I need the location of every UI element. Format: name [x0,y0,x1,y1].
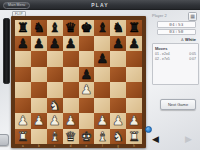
white-pawn-piece: ♟ [128,114,140,127]
square-h3[interactable] [126,98,142,114]
square-b8[interactable]: ♞ [31,20,47,36]
square-g5[interactable] [110,67,126,83]
white-knight-piece: ♞ [112,129,124,142]
black-knight-piece: ♞ [33,21,45,34]
black-rook-piece: ♜ [128,21,140,34]
file-label-a: a [15,144,31,148]
white-knight-piece: ♞ [49,98,61,111]
square-d2[interactable]: ♟ [63,113,79,129]
square-d6[interactable] [63,51,79,67]
info-badge-icon[interactable] [145,126,152,133]
move-time: 0:07 [189,57,196,62]
square-c5[interactable] [47,67,63,83]
black-pawn-piece: ♟ [96,52,108,65]
square-c4[interactable] [47,82,63,98]
next-game-button[interactable]: Next Game [160,99,196,110]
white-pawn-piece: ♟ [96,114,108,127]
square-c7[interactable]: ♟ [47,36,63,52]
black-bishop-piece: ♝ [49,21,61,34]
black-pawn-piece: ♟ [49,36,61,49]
white-pawn-piece: ♟ [33,114,45,127]
square-a5[interactable] [15,67,31,83]
square-g3[interactable] [110,98,126,114]
square-e2[interactable] [79,113,95,129]
square-b3[interactable] [31,98,47,114]
square-a6[interactable] [15,51,31,67]
drawer-handle[interactable] [0,134,9,146]
file-label-c: c [47,144,63,148]
captured-pieces-tray [3,18,10,84]
square-h6[interactable] [126,51,142,67]
grid-icon: ▦ [190,14,195,19]
square-b4[interactable] [31,82,47,98]
move-text: 02 - e7e5 [155,57,170,62]
square-a4[interactable] [15,82,31,98]
square-f3[interactable] [94,98,110,114]
file-labels: abcdefgh [15,144,142,148]
square-g2[interactable]: ♟ [110,113,126,129]
turn-indicator: ♙ White [150,37,196,42]
white-rook-piece: ♜ [128,129,140,142]
square-a2[interactable]: ♟ [15,113,31,129]
square-c8[interactable]: ♝ [47,20,63,36]
square-d7[interactable]: ♟ [63,36,79,52]
clock-player2: 04:53 [157,21,196,28]
white-pawn-piece: ♟ [112,114,124,127]
file-label-g: g [110,144,126,148]
square-d3[interactable] [63,98,79,114]
square-a1[interactable]: ♜ [15,129,31,145]
square-b6[interactable] [31,51,47,67]
square-h5[interactable] [126,67,142,83]
turn-indicator-label: White [185,37,196,42]
square-g6[interactable] [110,51,126,67]
clock-player1: 03:50 [157,29,196,36]
black-pawn-piece: ♟ [33,36,45,49]
white-pawn-piece: ♟ [49,114,61,127]
square-f8[interactable]: ♝ [94,20,110,36]
square-e4[interactable]: ♟ [79,82,95,98]
square-e5[interactable]: ♟ [79,67,95,83]
file-label-e: e [79,144,95,148]
square-d8[interactable]: ♛ [63,20,79,36]
black-pawn-piece: ♟ [17,36,29,49]
square-h7[interactable]: ♟ [126,36,142,52]
square-a8[interactable]: ♜ [15,20,31,36]
square-f2[interactable]: ♟ [94,113,110,129]
square-e1[interactable]: ♚ [79,129,95,145]
grid-icon-button[interactable]: ▦ [188,12,197,21]
black-rook-piece: ♜ [17,21,29,34]
file-label-d: d [63,144,79,148]
square-e3[interactable] [79,98,95,114]
black-knight-piece: ♞ [112,21,124,34]
square-a3[interactable] [15,98,31,114]
square-f6[interactable]: ♟ [94,51,110,67]
move-row: 02 - e7e50:07 [155,57,196,62]
square-g8[interactable]: ♞ [110,20,126,36]
black-queen-piece: ♛ [65,21,77,34]
black-king-piece: ♚ [81,21,93,34]
moves-list: 01 - e2e40:0502 - e7e50:07 [155,52,196,62]
square-b5[interactable] [31,67,47,83]
square-c2[interactable]: ♟ [47,113,63,129]
white-bishop-piece: ♝ [49,129,61,142]
square-g4[interactable] [110,82,126,98]
file-label-h: h [126,144,142,148]
square-g1[interactable]: ♞ [110,129,126,145]
moves-panel: Moves 01 - e2e40:0502 - e7e50:07 [152,43,199,85]
square-e7[interactable] [79,36,95,52]
black-pawn-piece: ♟ [81,67,93,80]
white-pawn-icon: ♙ [180,37,184,42]
board-squares: ♜♞♝♛♚♝♞♜♟♟♟♟♟♟♟♟♟♞♟♟♟♟♟♟♟♜♝♛♚♝♞♜ [15,20,142,144]
square-f4[interactable] [94,82,110,98]
previous-move-button[interactable]: ◀ [152,133,159,145]
square-f5[interactable] [94,67,110,83]
file-label-f: f [94,144,110,148]
white-rook-piece: ♜ [17,129,29,142]
moves-title: Moves [155,46,196,51]
square-f7[interactable] [94,36,110,52]
black-pawn-piece: ♟ [112,36,124,49]
square-d5[interactable] [63,67,79,83]
square-b2[interactable]: ♟ [31,113,47,129]
square-h8[interactable]: ♜ [126,20,142,36]
app-window: Main Menu PLAY FLIP ♜♞♝♛♚♝♞♜♟♟♟♟♟♟♟♟♟♞♟♟… [0,0,200,150]
square-h2[interactable]: ♟ [126,113,142,129]
player-label: Player 2 [152,13,167,18]
chess-board: ♜♞♝♛♚♝♞♜♟♟♟♟♟♟♟♟♟♞♟♟♟♟♟♟♟♜♝♛♚♝♞♜ abcdefg… [11,16,146,148]
square-c1[interactable]: ♝ [47,129,63,145]
square-c3[interactable]: ♞ [47,98,63,114]
white-pawn-piece: ♟ [81,83,93,96]
square-b1[interactable] [31,129,47,145]
square-f1[interactable]: ♝ [94,129,110,145]
white-bishop-piece: ♝ [96,129,108,142]
next-move-button[interactable]: ▶ [185,133,192,145]
file-label-b: b [31,144,47,148]
square-g7[interactable]: ♟ [110,36,126,52]
square-c6[interactable] [47,51,63,67]
square-d1[interactable]: ♛ [63,129,79,145]
square-e8[interactable]: ♚ [79,20,95,36]
black-pawn-piece: ♟ [128,36,140,49]
square-e6[interactable] [79,51,95,67]
black-bishop-piece: ♝ [96,21,108,34]
square-h4[interactable] [126,82,142,98]
white-pawn-piece: ♟ [65,114,77,127]
square-a7[interactable]: ♟ [15,36,31,52]
square-b7[interactable]: ♟ [31,36,47,52]
white-pawn-piece: ♟ [17,114,29,127]
black-pawn-piece: ♟ [65,36,77,49]
square-d4[interactable] [63,82,79,98]
square-h1[interactable]: ♜ [126,129,142,145]
top-bar: Main Menu PLAY [0,0,200,10]
white-king-piece: ♚ [81,129,93,142]
main-menu-button[interactable]: Main Menu [3,2,30,9]
white-queen-piece: ♛ [65,129,77,142]
